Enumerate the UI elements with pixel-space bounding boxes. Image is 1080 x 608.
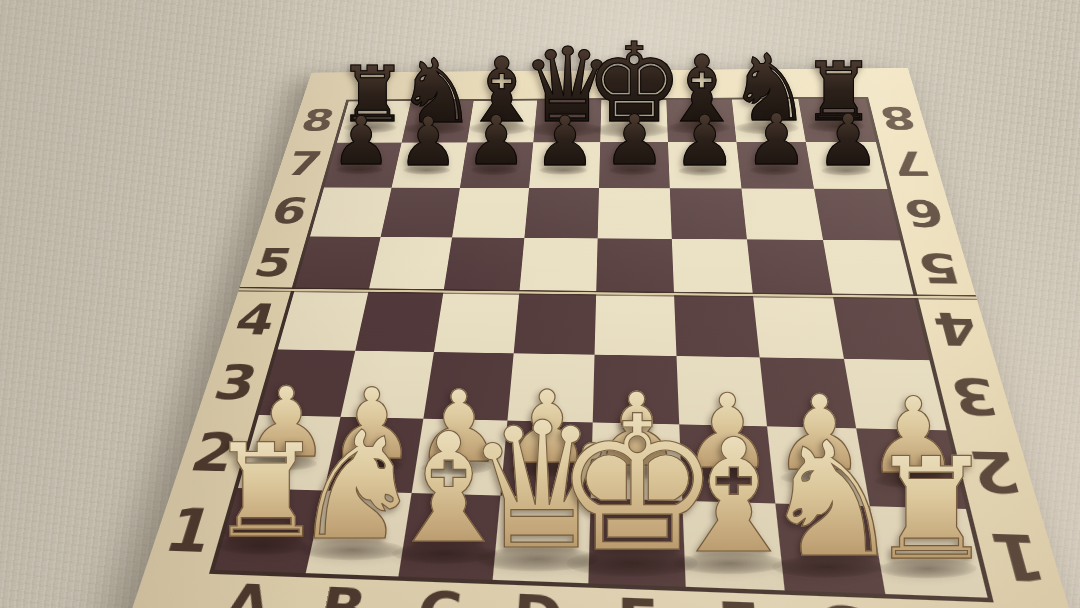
piece-black-pawn-e7[interactable]: ♟ [603, 107, 665, 176]
pawn-glyph: ♟ [466, 108, 527, 176]
pawn-glyph: ♟ [331, 109, 391, 176]
pawn-glyph: ♟ [603, 107, 665, 176]
pawn-glyph: ♟ [674, 106, 737, 176]
piece-black-pawn-a7[interactable]: ♟ [331, 109, 391, 176]
rook-glyph: ♜ [868, 439, 994, 580]
pawn-glyph: ♟ [816, 105, 880, 176]
piece-black-pawn-b7[interactable]: ♟ [398, 108, 458, 175]
pieces-layer: ♜♞♝♛♚♝♞♜♟♟♟♟♟♟♟♟♟♟♟♟♟♟♟♟♜♞♝♛♚♝♞♜ [0, 0, 1080, 608]
piece-black-pawn-d7[interactable]: ♟ [534, 107, 596, 176]
pawn-glyph: ♟ [398, 108, 458, 175]
piece-black-pawn-f7[interactable]: ♟ [674, 106, 737, 176]
pawn-glyph: ♟ [745, 106, 808, 176]
piece-black-pawn-h7[interactable]: ♟ [816, 105, 880, 176]
piece-white-rook-h1[interactable]: ♜ [868, 439, 994, 580]
piece-black-pawn-g7[interactable]: ♟ [745, 106, 808, 176]
piece-black-pawn-c7[interactable]: ♟ [466, 108, 527, 176]
scene: 87654321 87654321 ABCDEFGH ♜♞♝♛♚♝♞♜♟♟♟♟♟… [0, 0, 1080, 608]
pawn-glyph: ♟ [534, 107, 596, 176]
